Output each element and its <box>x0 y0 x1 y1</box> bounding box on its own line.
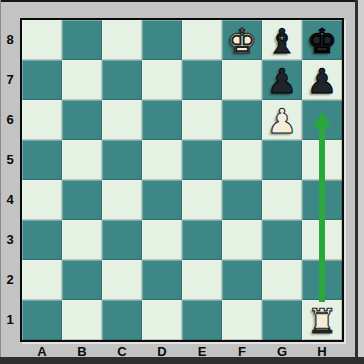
rank-label-4: 4 <box>0 180 20 220</box>
piece-bB-g8[interactable]: ♝ <box>262 20 302 60</box>
square-e7[interactable] <box>182 60 222 100</box>
square-h6[interactable] <box>302 100 342 140</box>
square-a2[interactable] <box>22 260 62 300</box>
piece-bP-h7[interactable]: ♟ <box>302 60 342 100</box>
square-h7[interactable]: ♟ <box>302 60 342 100</box>
rank-label-1: 1 <box>0 300 20 340</box>
file-label-g: G <box>262 344 302 359</box>
file-label-c: C <box>102 344 142 359</box>
square-a6[interactable] <box>22 100 62 140</box>
square-b3[interactable] <box>62 220 102 260</box>
square-f8[interactable]: ♚ <box>222 20 262 60</box>
panel-right-border <box>355 0 358 364</box>
square-f1[interactable] <box>222 300 262 340</box>
square-b4[interactable] <box>62 180 102 220</box>
square-c3[interactable] <box>102 220 142 260</box>
square-c1[interactable] <box>102 300 142 340</box>
square-a8[interactable] <box>22 20 62 60</box>
square-h2[interactable] <box>302 260 342 300</box>
square-h4[interactable] <box>302 180 342 220</box>
piece-wK-f8[interactable]: ♚ <box>222 20 262 60</box>
rank-label-5: 5 <box>0 140 20 180</box>
square-d4[interactable] <box>142 180 182 220</box>
file-label-b: B <box>62 344 102 359</box>
square-g3[interactable] <box>262 220 302 260</box>
square-d3[interactable] <box>142 220 182 260</box>
square-c6[interactable] <box>102 100 142 140</box>
square-g6[interactable]: ♟ <box>262 100 302 140</box>
square-h3[interactable] <box>302 220 342 260</box>
panel-top-border <box>0 0 364 2</box>
square-e5[interactable] <box>182 140 222 180</box>
square-g2[interactable] <box>262 260 302 300</box>
file-label-f: F <box>222 344 262 359</box>
square-b2[interactable] <box>62 260 102 300</box>
square-b7[interactable] <box>62 60 102 100</box>
square-c7[interactable] <box>102 60 142 100</box>
square-g4[interactable] <box>262 180 302 220</box>
square-b1[interactable] <box>62 300 102 340</box>
square-h8[interactable]: ♚ <box>302 20 342 60</box>
square-f6[interactable] <box>222 100 262 140</box>
chess-diagram-panel: 87654321 ♚♝♚♟♟♟♜ ABCDEFGH <box>0 0 364 364</box>
file-label-h: H <box>302 344 342 359</box>
square-f7[interactable] <box>222 60 262 100</box>
rank-label-8: 8 <box>0 20 20 60</box>
square-c4[interactable] <box>102 180 142 220</box>
square-g1[interactable] <box>262 300 302 340</box>
square-d7[interactable] <box>142 60 182 100</box>
square-a1[interactable] <box>22 300 62 340</box>
square-b5[interactable] <box>62 140 102 180</box>
file-label-d: D <box>142 344 182 359</box>
square-e6[interactable] <box>182 100 222 140</box>
square-d2[interactable] <box>142 260 182 300</box>
square-c5[interactable] <box>102 140 142 180</box>
square-f5[interactable] <box>222 140 262 180</box>
square-e2[interactable] <box>182 260 222 300</box>
square-b6[interactable] <box>62 100 102 140</box>
square-c8[interactable] <box>102 20 142 60</box>
square-f2[interactable] <box>222 260 262 300</box>
square-g5[interactable] <box>262 140 302 180</box>
square-h5[interactable] <box>302 140 342 180</box>
square-c2[interactable] <box>102 260 142 300</box>
square-d1[interactable] <box>142 300 182 340</box>
file-label-e: E <box>182 344 222 359</box>
square-g8[interactable]: ♝ <box>262 20 302 60</box>
square-a7[interactable] <box>22 60 62 100</box>
square-g7[interactable]: ♟ <box>262 60 302 100</box>
square-e3[interactable] <box>182 220 222 260</box>
piece-bP-g7[interactable]: ♟ <box>262 60 302 100</box>
square-b8[interactable] <box>62 20 102 60</box>
rank-label-2: 2 <box>0 260 20 300</box>
square-a5[interactable] <box>22 140 62 180</box>
square-a3[interactable] <box>22 220 62 260</box>
square-e4[interactable] <box>182 180 222 220</box>
square-a4[interactable] <box>22 180 62 220</box>
square-h1[interactable]: ♜ <box>302 300 342 340</box>
panel-right-highlight <box>358 0 364 364</box>
square-d6[interactable] <box>142 100 182 140</box>
square-d8[interactable] <box>142 20 182 60</box>
square-d5[interactable] <box>142 140 182 180</box>
square-e8[interactable] <box>182 20 222 60</box>
rank-label-7: 7 <box>0 60 20 100</box>
file-label-a: A <box>22 344 62 359</box>
piece-bK-h8[interactable]: ♚ <box>302 20 342 60</box>
chess-board[interactable]: ♚♝♚♟♟♟♜ <box>20 18 344 342</box>
square-f3[interactable] <box>222 220 262 260</box>
square-e1[interactable] <box>182 300 222 340</box>
piece-wR-h1[interactable]: ♜ <box>302 300 342 340</box>
rank-label-6: 6 <box>0 100 20 140</box>
piece-wP-g6[interactable]: ♟ <box>262 100 302 140</box>
square-f4[interactable] <box>222 180 262 220</box>
rank-label-3: 3 <box>0 220 20 260</box>
